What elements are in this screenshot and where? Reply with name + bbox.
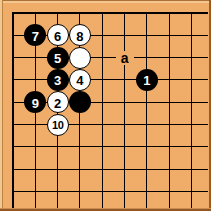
frame-edge-bottom (0, 208, 211, 211)
grid-line-horizontal (12, 57, 208, 58)
grid-line-vertical (169, 12, 170, 208)
stone-black-plain (69, 91, 91, 113)
frame-edge-top (0, 0, 211, 3)
stone-number: 9 (32, 96, 39, 109)
grid-line-horizontal (12, 169, 208, 170)
stone-number: 1 (143, 74, 150, 87)
grid-line-horizontal (12, 191, 208, 192)
stone-black-7: 7 (24, 24, 46, 46)
stone-white-4: 4 (69, 69, 91, 91)
point-label-a: a (116, 51, 134, 65)
stone-black-3: 3 (47, 69, 69, 91)
grid-line-vertical (146, 12, 147, 208)
grid-line-horizontal (12, 79, 208, 80)
grid-line-horizontal (12, 124, 208, 125)
grid-line-vertical (124, 12, 125, 208)
stone-black-5: 5 (47, 47, 69, 69)
grid-line-vertical (191, 12, 192, 208)
frame-edge-left (0, 0, 3, 211)
stone-number: 7 (32, 29, 39, 42)
stone-white-8: 8 (69, 24, 91, 46)
stone-number: 8 (76, 29, 83, 42)
stone-number: 2 (54, 96, 61, 109)
stone-white-plain (69, 47, 91, 69)
grid-line-vertical (12, 12, 14, 208)
grid-line-vertical (102, 12, 103, 208)
go-board: a12345678910 (3, 3, 209, 208)
stone-white-2: 2 (47, 91, 69, 113)
stone-black-9: 9 (24, 91, 46, 113)
stone-number: 5 (54, 52, 61, 65)
stone-black-1: 1 (136, 69, 158, 91)
stone-number: 10 (52, 120, 63, 131)
go-board-diagram: a12345678910 (0, 0, 211, 211)
stone-white-10: 10 (47, 114, 69, 136)
stone-number: 3 (54, 74, 61, 87)
stone-number: 4 (76, 74, 83, 87)
grid-line-horizontal (12, 146, 208, 147)
stone-number: 6 (54, 29, 61, 42)
frame-edge-right (209, 0, 211, 211)
grid-line-horizontal (12, 12, 208, 14)
stone-white-6: 6 (47, 24, 69, 46)
